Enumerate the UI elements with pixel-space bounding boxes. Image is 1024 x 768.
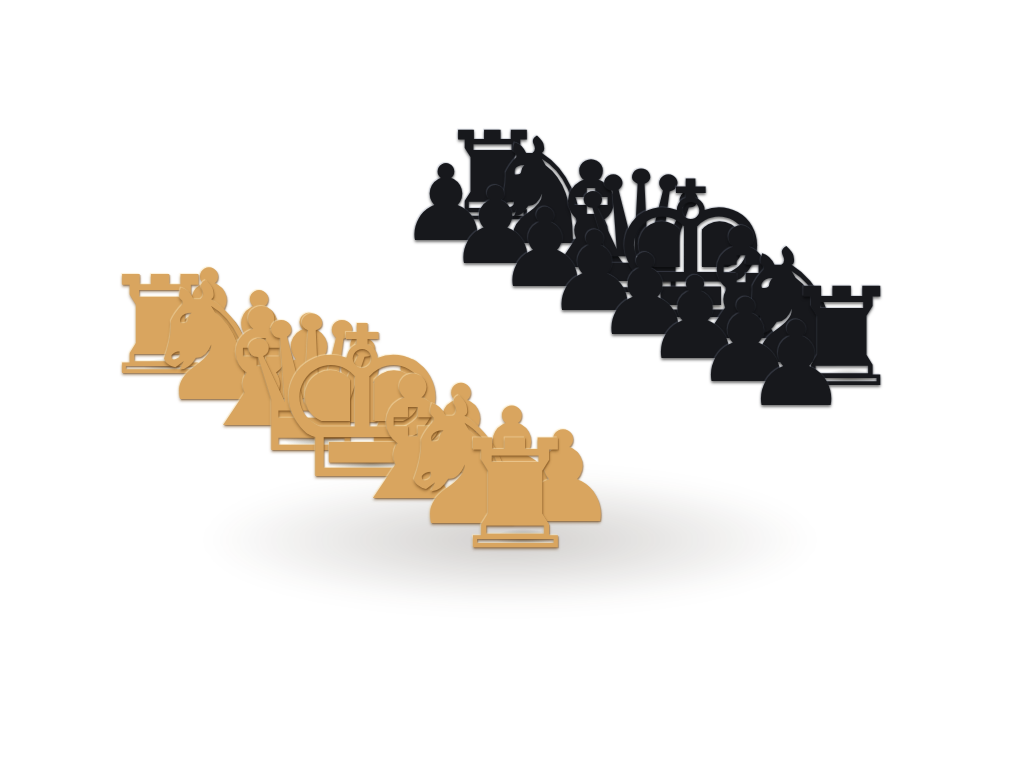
- piece-white-pawn-b2: ♟: [207, 277, 310, 392]
- piece-black-bishop-f8: ♝: [672, 208, 810, 362]
- square-b8: [494, 212, 589, 257]
- square-b1: [161, 366, 260, 413]
- piece-white-knight-b1: ♞: [138, 262, 284, 425]
- square-d8: [593, 259, 689, 304]
- piece-shadow: [335, 406, 400, 426]
- piece-black-pawn-c7: ♟: [496, 195, 594, 304]
- square-e5: [504, 348, 601, 394]
- square-a7: [398, 210, 494, 255]
- square-f6: [601, 350, 698, 396]
- piece-white-pawn-a2: ♟: [158, 254, 260, 367]
- piece-black-knight-b8: ♞: [476, 120, 608, 267]
- square-c1: [211, 390, 310, 437]
- square-b6: [401, 255, 497, 300]
- piece-shadow: [185, 334, 247, 353]
- piece-shadow: [671, 342, 734, 361]
- square-e3: [409, 393, 507, 440]
- piece-shadow: [707, 316, 792, 342]
- piece-black-pawn-f7: ♟: [644, 262, 746, 376]
- square-e8: [643, 282, 739, 327]
- piece-shadow: [235, 358, 298, 378]
- square-d3: [358, 369, 456, 416]
- piece-shadow: [285, 382, 349, 402]
- product-photo-scene: ♜♞♝♛♚♝♞♜♟♟♟♟♟♟♟♟♟♟♟♟♟♟♟♟♜♞♝♛♚♝♞♜: [0, 0, 1024, 768]
- piece-shadow: [473, 248, 532, 266]
- piece-shadow: [131, 355, 206, 378]
- square-c6: [450, 279, 546, 325]
- piece-shadow: [812, 365, 887, 388]
- piece-shadow: [225, 401, 315, 429]
- square-d6: [500, 302, 597, 348]
- piece-shadow: [603, 268, 696, 297]
- square-c5: [403, 301, 500, 347]
- piece-shadow: [523, 271, 583, 289]
- piece-shadow: [559, 246, 640, 271]
- piece-white-rook-a1: ♜: [100, 259, 222, 395]
- square-e7: [597, 304, 693, 350]
- square-a6: [351, 232, 447, 277]
- piece-black-pawn-a7: ♟: [399, 151, 493, 256]
- piece-shadow: [721, 366, 785, 386]
- piece-black-rook-h8: ♜: [781, 270, 903, 406]
- square-e6: [550, 326, 647, 372]
- piece-black-pawn-e7: ♟: [595, 239, 696, 351]
- square-b5: [354, 277, 451, 323]
- square-a4: [256, 275, 353, 321]
- square-d5: [453, 324, 550, 370]
- square-a3: [208, 297, 306, 343]
- square-f5: [554, 372, 651, 419]
- square-d4: [406, 347, 503, 393]
- square-h8: [794, 353, 890, 399]
- square-b3: [258, 321, 356, 367]
- piece-white-bishop-c1: ♝: [188, 286, 334, 449]
- square-h6: [702, 398, 799, 445]
- piece-black-queen-d8: ♛: [565, 149, 717, 318]
- square-b2: [210, 343, 308, 390]
- pieces-layer: ♜♞♝♛♚♝♞♜♟♟♟♟♟♟♟♟♟♟♟♟♟♟♟♟♜♞♝♛♚♝♞♜: [0, 0, 1024, 768]
- piece-black-knight-g8: ♞: [720, 228, 862, 387]
- piece-shadow: [466, 202, 533, 223]
- piece-black-king-e8: ♚: [606, 157, 776, 347]
- square-b4: [306, 299, 403, 345]
- square-d7: [547, 280, 643, 326]
- piece-shadow: [509, 223, 590, 248]
- square-f8: [693, 306, 789, 352]
- square-a8: [444, 189, 539, 234]
- board-shadow: [60, 440, 960, 640]
- piece-shadow: [648, 290, 752, 322]
- square-a2: [160, 319, 258, 365]
- piece-shadow: [572, 295, 633, 314]
- square-c7: [497, 257, 593, 302]
- square-d2: [310, 392, 408, 439]
- square-c4: [356, 323, 453, 369]
- piece-shadow: [771, 389, 836, 409]
- piece-black-pawn-g7: ♟: [694, 284, 798, 400]
- square-c2: [260, 367, 358, 414]
- piece-black-rook-a8: ♜: [437, 116, 547, 238]
- square-a1: [111, 342, 210, 389]
- square-c3: [308, 345, 406, 392]
- piece-black-bishop-c8: ♝: [525, 143, 657, 290]
- square-f4: [507, 395, 605, 442]
- square-c8: [543, 235, 639, 280]
- square-g5: [605, 396, 702, 443]
- piece-black-pawn-h7: ♟: [744, 307, 849, 424]
- square-b7: [447, 234, 543, 279]
- piece-shadow: [175, 376, 264, 404]
- square-h7: [748, 375, 844, 421]
- piece-shadow: [424, 225, 482, 243]
- piece-white-pawn-c2: ♟: [257, 300, 362, 417]
- piece-shadow: [756, 340, 843, 367]
- piece-white-pawn-d2: ♟: [306, 323, 412, 442]
- square-f7: [647, 328, 743, 374]
- square-g6: [651, 374, 748, 421]
- piece-shadow: [622, 318, 684, 337]
- square-a5: [304, 254, 401, 299]
- square-e4: [456, 371, 554, 418]
- piece-black-pawn-d7: ♟: [545, 217, 644, 327]
- square-g8: [743, 329, 839, 375]
- square-g7: [697, 351, 793, 397]
- piece-black-pawn-b7: ♟: [447, 173, 543, 280]
